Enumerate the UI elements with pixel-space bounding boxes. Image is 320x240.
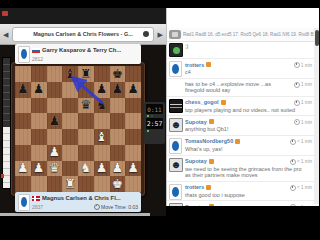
message-text: top players playing and no videos.. not … (185, 107, 304, 114)
square-e4[interactable] (78, 129, 94, 145)
clock-bottom-display: 2:57 (146, 118, 163, 129)
square-b1[interactable] (31, 176, 47, 192)
player-rating-bottom: 2837 (32, 204, 43, 210)
square-b6[interactable] (31, 98, 47, 114)
user-avatar[interactable] (169, 203, 183, 206)
clock-icon (290, 185, 296, 191)
square-c1[interactable] (47, 176, 63, 192)
chat-message-list: ;) trotters 1 min c4 1 min has to be c4 … (167, 41, 314, 206)
board-thumbnail-icon (169, 30, 181, 39)
membership-badge-icon (206, 185, 211, 190)
eval-bar-white (3, 127, 10, 188)
username-link[interactable]: Supotay (185, 119, 207, 125)
square-h3[interactable] (125, 145, 141, 161)
square-f1[interactable] (94, 176, 110, 192)
app-top-strip (0, 8, 166, 24)
square-c7[interactable] (47, 82, 63, 98)
clock-leds-bottom (146, 129, 163, 133)
square-h8[interactable] (125, 66, 141, 82)
piece-bP-f7[interactable]: ♟ (96, 83, 107, 96)
username-link[interactable]: Supotay (185, 204, 207, 206)
membership-badge-icon (209, 204, 214, 206)
username-link[interactable]: Supotay (185, 158, 207, 164)
player-name-bottom: Magnus Carlsen & Chris Fl... (42, 195, 121, 201)
square-e2[interactable]: ♞ (78, 161, 94, 177)
message-text: anything but Qb1! (185, 126, 304, 133)
clock-icon (294, 119, 300, 125)
letterbox-bottom (0, 216, 320, 240)
square-b2[interactable]: ♟ (31, 161, 47, 177)
next-game-button[interactable]: ▶ (155, 31, 166, 38)
user-avatar[interactable] (169, 99, 183, 113)
clock-top-display: 0:11 (146, 104, 163, 114)
piece-wR-d1[interactable]: ♜ (65, 178, 76, 191)
chess-app-window: ◀ Magnus Carlsen & Chris Flowers - G... … (0, 8, 166, 216)
chat-scrollbar[interactable] (314, 28, 319, 204)
square-g4[interactable] (110, 129, 126, 145)
piece-wP-g2[interactable]: ♟ (112, 162, 123, 175)
piece-wB-f4[interactable]: ♝ (96, 131, 107, 144)
piece-wP-b2[interactable]: ♟ (33, 162, 44, 175)
chat-message: chess_gogol 1 min top players playing an… (167, 97, 314, 117)
square-d2[interactable] (62, 161, 78, 177)
square-e8[interactable]: ♜ (78, 66, 94, 82)
square-a6[interactable] (15, 98, 31, 114)
chat-message: Supotay 1 min anything but Qb1! (167, 116, 314, 136)
square-d1[interactable]: ♜ (62, 176, 78, 192)
piece-wQ-c2[interactable]: ♛ (49, 162, 60, 175)
piece-bP-h7[interactable]: ♟ (128, 83, 139, 96)
square-h2[interactable]: ♟ (125, 161, 141, 177)
record-dot-icon[interactable] (143, 31, 149, 37)
square-a4[interactable] (15, 129, 31, 145)
piece-bP-a7[interactable]: ♟ (17, 83, 28, 96)
square-d4[interactable] (62, 129, 78, 145)
membership-badge-icon (209, 119, 214, 124)
membership-badge-icon (235, 139, 240, 144)
chat-message: Supotay < 1 min i can imagine Garry look… (167, 201, 314, 206)
square-c3[interactable]: ♟ (47, 145, 63, 161)
clock-icon (290, 139, 296, 145)
membership-badge-icon (209, 159, 214, 164)
square-c6[interactable] (47, 98, 63, 114)
chat-message: 1 min has to be c4 ...explosive move ...… (167, 79, 314, 97)
message-time: < 1 min (290, 139, 312, 145)
square-f8[interactable] (94, 66, 110, 82)
square-e3[interactable] (78, 145, 94, 161)
membership-badge-icon (206, 62, 211, 67)
clock-icon (290, 159, 296, 165)
square-d7[interactable] (62, 82, 78, 98)
piece-bP-g7[interactable]: ♟ (112, 83, 123, 96)
piece-bN-f6[interactable]: ♞ (96, 99, 107, 112)
recording-indicator (2, 11, 8, 16)
piece-wP-h2[interactable]: ♟ (128, 162, 139, 175)
square-g3[interactable] (110, 145, 126, 161)
square-f5[interactable] (94, 113, 110, 129)
square-a5[interactable] (15, 113, 31, 129)
square-e7[interactable] (78, 82, 94, 98)
message-time: < 1 min (290, 159, 312, 165)
square-b5[interactable] (31, 113, 47, 129)
message-time: < 1 min (290, 204, 312, 206)
chat-message: Supotay < 1 min we need to be seeing the… (167, 156, 314, 182)
message-text: What's up, yas! (185, 146, 304, 153)
eval-marker (1, 174, 4, 178)
game-title: Magnus Carlsen & Chris Flowers - G... (33, 31, 133, 37)
square-g5[interactable] (110, 113, 126, 129)
square-h7[interactable]: ♟ (125, 82, 141, 98)
piece-wK-g1[interactable]: ♚ (112, 178, 123, 191)
square-a1[interactable] (15, 176, 31, 192)
square-e5[interactable] (78, 113, 94, 129)
square-g6[interactable] (110, 98, 126, 114)
message-text: thats good too i suppose (185, 192, 304, 199)
piece-wP-a2[interactable]: ♟ (17, 162, 28, 175)
game-title-card[interactable]: Magnus Carlsen & Chris Flowers - G... (12, 27, 153, 42)
message-time: < 1 min (290, 185, 312, 191)
square-d5[interactable] (62, 113, 78, 129)
square-b3[interactable] (31, 145, 47, 161)
game-carousel-bar: ◀ Magnus Carlsen & Chris Flowers - G... … (0, 24, 166, 45)
avatar[interactable] (18, 194, 30, 211)
square-b8[interactable] (31, 66, 47, 82)
message-text: has to be c4 ...explosive move ...as fin… (185, 81, 286, 94)
chat-message: trotters 1 min c4 (167, 59, 314, 79)
piece-wP-c3[interactable]: ♟ (49, 146, 60, 159)
piece-bB-d8[interactable]: ♝ (65, 68, 76, 81)
piece-bK-g8[interactable]: ♚ (112, 68, 123, 81)
square-g1[interactable]: ♚ (110, 176, 126, 192)
letterbox-top (0, 0, 320, 8)
eval-bar (2, 57, 11, 189)
message-text: ;) (185, 43, 286, 50)
user-avatar[interactable] (169, 184, 182, 200)
square-d8[interactable]: ♝ (62, 66, 78, 82)
square-g8[interactable]: ♚ (110, 66, 126, 82)
user-avatar[interactable] (169, 61, 182, 77)
player-name-top: Garry Kasparov & Terry Ch... (42, 47, 121, 53)
russia-flag-icon (32, 48, 40, 53)
message-time: 1 min (294, 62, 312, 68)
piece-wN-e2[interactable]: ♞ (80, 162, 91, 175)
user-avatar[interactable] (169, 138, 182, 154)
square-h4[interactable] (125, 129, 141, 145)
square-h6[interactable] (125, 98, 141, 114)
square-c8[interactable] (47, 66, 63, 82)
chat-message: TomasNordberg50 < 1 min What's up, yas! (167, 136, 314, 156)
board-frame: ♝♜♚♟♟♟♟♟♛♞♟♝♟♟♟♛♞♟♟♟♜♚ abcdefgh (11, 62, 145, 196)
clock-icon (94, 204, 100, 210)
clock-icon (294, 82, 300, 88)
square-d3[interactable] (62, 145, 78, 161)
piece-bR-e8[interactable]: ♜ (80, 68, 91, 81)
square-f7[interactable]: ♟ (94, 82, 110, 98)
chat-panel: Rad1 Rad8 16. d5 exd5 17. Rxd5 Qe6 18. R… (166, 8, 319, 206)
square-c4[interactable] (47, 129, 63, 145)
square-a8[interactable] (15, 66, 31, 82)
piece-bP-c5[interactable]: ♟ (49, 115, 60, 128)
square-f4[interactable]: ♝ (94, 129, 110, 145)
square-c5[interactable]: ♟ (47, 113, 63, 129)
message-time: 1 min (294, 82, 312, 88)
user-avatar[interactable] (169, 43, 183, 57)
screen: ◀ Magnus Carlsen & Chris Flowers - G... … (0, 0, 320, 240)
avatar[interactable] (18, 46, 30, 63)
scrollbar-thumb[interactable] (315, 30, 319, 46)
square-a7[interactable]: ♟ (15, 82, 31, 98)
player-card-bottom: Magnus Carlsen & Chris Fl... 2837 Move T… (15, 192, 141, 212)
square-b4[interactable] (31, 129, 47, 145)
clock-icon (294, 100, 300, 106)
message-time: 1 min (294, 119, 312, 125)
dgt-clock: 0:11 2:57 (144, 102, 165, 144)
square-a2[interactable]: ♟ (15, 161, 31, 177)
message-text: we need to be seeing the grimaces from t… (185, 166, 304, 179)
square-g2[interactable]: ♟ (110, 161, 126, 177)
player-card-top: Garry Kasparov & Terry Ch... 2812 (15, 44, 141, 64)
username-link[interactable]: chess_gogol (185, 99, 219, 105)
player-rating-top: 2812 (32, 56, 43, 62)
message-text: c4 (185, 69, 304, 76)
square-e6[interactable]: ♛ (78, 98, 94, 114)
square-f3[interactable] (94, 145, 110, 161)
piece-bP-b7[interactable]: ♟ (33, 83, 44, 96)
square-g7[interactable]: ♟ (110, 82, 126, 98)
clock-icon (290, 204, 296, 206)
board: ♝♜♚♟♟♟♟♟♛♞♟♝♟♟♟♛♞♟♟♟♜♚ (15, 66, 141, 192)
chat-message: trotters < 1 min thats good too i suppos… (167, 182, 314, 202)
square-e1[interactable] (78, 176, 94, 192)
piece-bQ-e6[interactable]: ♛ (80, 99, 91, 112)
square-b7[interactable]: ♟ (31, 82, 47, 98)
square-h1[interactable] (125, 176, 141, 192)
user-avatar[interactable] (169, 158, 183, 172)
username-link[interactable]: TomasNordberg50 (185, 138, 233, 144)
message-time: 1 min (294, 100, 312, 106)
user-avatar[interactable] (169, 118, 183, 132)
username-link[interactable]: trotters (185, 184, 204, 190)
chat-message: ;) (167, 41, 314, 59)
move-list-text: Rad1 Rad8 16. d5 exd5 17. Rxd5 Qe6 18. R… (183, 32, 314, 37)
membership-badge-icon (221, 100, 226, 105)
piece-wP-f2[interactable]: ♟ (96, 162, 107, 175)
clock-icon (294, 62, 300, 68)
username-link[interactable]: trotters (185, 62, 204, 68)
square-f6[interactable]: ♞ (94, 98, 110, 114)
window-edge (0, 213, 150, 216)
denmark-flag-icon (32, 196, 40, 201)
square-f2[interactable]: ♟ (94, 161, 110, 177)
square-a3[interactable] (15, 145, 31, 161)
square-c2[interactable]: ♛ (47, 161, 63, 177)
square-h5[interactable] (125, 113, 141, 129)
square-d6[interactable] (62, 98, 78, 114)
prev-game-button[interactable]: ◀ (0, 31, 11, 38)
move-list-bar[interactable]: Rad1 Rad8 16. d5 exd5 17. Rxd5 Qe6 18. R… (167, 28, 314, 42)
eval-bar-black (3, 58, 10, 127)
move-time: Move Time: 0:03 (94, 204, 138, 210)
